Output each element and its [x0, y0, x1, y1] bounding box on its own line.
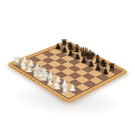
piece-white-rook: ♜ [3, 56, 31, 66]
chess-board: ♜♞♝♛♚♝♞♜♟♟♟♟♟♟♟♟♟♟♟♟♟♟♟♟♜♞♝♛♚♝♞♜ [5, 40, 129, 104]
camera-tilt: ♜♞♝♛♚♝♞♜♟♟♟♟♟♟♟♟♟♟♟♟♟♟♟♟♜♞♝♛♚♝♞♜ [0, 0, 135, 135]
piece-black-pawn: ♟ [84, 63, 112, 72]
playfield: ♜♞♝♛♚♝♞♜♟♟♟♟♟♟♟♟♟♟♟♟♟♟♟♟♜♞♝♛♚♝♞♜ [12, 43, 122, 99]
perspective-scene: ♜♞♝♛♚♝♞♜♟♟♟♟♟♟♟♟♟♟♟♟♟♟♟♟♜♞♝♛♚♝♞♜ [0, 0, 135, 135]
product-photo: ♜♞♝♛♚♝♞♜♟♟♟♟♟♟♟♟♟♟♟♟♟♟♟♟♜♞♝♛♚♝♞♜ [0, 0, 135, 135]
